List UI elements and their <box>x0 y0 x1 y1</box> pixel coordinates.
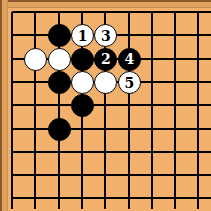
stone-number-label: 2 <box>101 52 111 66</box>
stone-black <box>48 118 71 141</box>
stones-layer: 13245 <box>1 1 211 211</box>
stone-number-label: 1 <box>78 29 88 43</box>
stone-black-move-2: 2 <box>94 48 117 71</box>
stone-number-label: 5 <box>124 76 134 90</box>
go-board: 13245 <box>0 0 211 211</box>
stone-black <box>71 94 94 117</box>
stone-black <box>71 48 94 71</box>
stone-black-move-4: 4 <box>118 48 141 71</box>
stone-white <box>24 48 47 71</box>
stone-black <box>48 24 71 47</box>
stone-white <box>71 71 94 94</box>
stone-number-label: 3 <box>101 29 111 43</box>
stone-number-label: 4 <box>124 52 134 66</box>
stone-white-move-1: 1 <box>71 24 94 47</box>
stone-black <box>48 71 71 94</box>
stone-white-move-3: 3 <box>94 24 117 47</box>
stone-white-move-5: 5 <box>118 71 141 94</box>
stone-white <box>48 48 71 71</box>
stone-white <box>94 71 117 94</box>
